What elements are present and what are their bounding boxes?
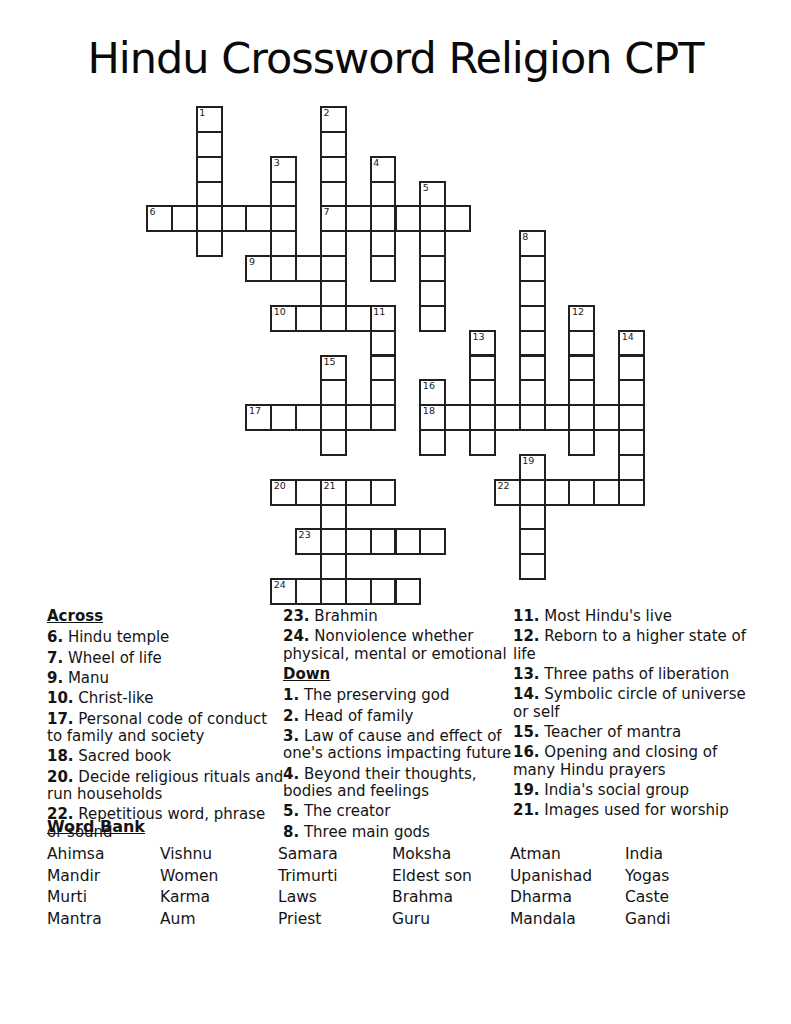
word-bank-item: Dharma [510,889,625,911]
clue-down-11: 11. Most Hindu's live [513,608,755,625]
cell-number-19: 19 [522,456,534,466]
cell-number-4: 4 [373,158,379,168]
cell-number-21: 21 [323,481,335,491]
grid-cell-r15c16[interactable] [544,479,571,506]
grid-cell-r10c19[interactable] [618,355,645,382]
grid-cell-r11c15[interactable] [519,379,546,406]
grid-cell-r11c19[interactable] [618,379,645,406]
grid-cell-r15c6[interactable] [295,479,322,506]
grid-cell-r11c7[interactable] [320,379,347,406]
cell-number-7: 7 [323,207,329,217]
word-bank-header: Word Bank [47,817,757,836]
word-bank: Word Bank AhimsaVishnuSamaraMokshaAtmanI… [47,817,757,933]
word-bank-item: Women [160,868,278,890]
grid-cell-r1c2[interactable] [196,131,223,158]
cell-number-3: 3 [274,158,280,168]
grid-cell-r17c8[interactable] [345,528,372,555]
grid-cell-r8c8[interactable] [345,305,372,332]
grid-cell-r12c19[interactable] [618,404,645,431]
grid-cell-r19c10[interactable] [395,578,422,605]
clue-down-3: 3. Law of cause and effect of one's acti… [283,728,515,762]
grid-cell-r4c5[interactable] [270,205,297,232]
clue-down-13: 13. Three paths of liberation [513,666,755,683]
grid-cell-r15c17[interactable] [568,479,595,506]
cell-number-6: 6 [150,207,156,217]
clue-column-across: Across6. Hindu temple7. Wheel of life9. … [47,608,285,844]
grid-cell-r4c12[interactable] [444,205,471,232]
word-bank-item: Murti [47,889,160,911]
grid-cell-r19c6[interactable] [295,578,322,605]
word-bank-item: Brahma [392,889,510,911]
cell-number-20: 20 [274,481,286,491]
clue-across-17: 17. Personal code of conduct to family a… [47,711,285,745]
word-bank-item: Mandala [510,911,625,933]
word-bank-item: Laws [278,889,392,911]
word-bank-item: Upanishad [510,868,625,890]
grid-cell-r4c3[interactable] [221,205,248,232]
grid-cell-r5c11[interactable] [419,230,446,257]
word-bank-item: Trimurti [278,868,392,890]
grid-cell-r6c5[interactable] [270,255,297,282]
clue-across-7: 7. Wheel of life [47,650,285,667]
grid-cell-r3c7[interactable] [320,181,347,208]
grid-cell-r12c15[interactable] [519,404,546,431]
grid-cell-r16c7[interactable] [320,504,347,531]
grid-cell-r13c11[interactable] [419,429,446,456]
grid-cell-r9c9[interactable] [370,330,397,357]
grid-cell-r9c17[interactable] [568,330,595,357]
grid-cell-r4c8[interactable] [345,205,372,232]
clue-column-down: 11. Most Hindu's live12. Reborn to a hig… [513,608,755,823]
clue-down-15: 15. Teacher of mantra [513,724,755,741]
grid-cell-r12c7[interactable] [320,404,347,431]
word-bank-item: Caste [625,889,757,911]
grid-cell-r7c7[interactable] [320,280,347,307]
clue-column-middle: 23. Brahmin24. Nonviolence whether physi… [283,608,515,844]
cell-number-11: 11 [373,307,385,317]
word-bank-item: India [625,846,757,868]
grid-cell-r10c15[interactable] [519,355,546,382]
grid-cell-r19c8[interactable] [345,578,372,605]
grid-cell-r5c9[interactable] [370,230,397,257]
grid-cell-r13c13[interactable] [469,429,496,456]
grid-cell-r4c2[interactable] [196,205,223,232]
grid-cell-r15c15[interactable] [519,479,546,506]
grid-cell-r8c7[interactable] [320,305,347,332]
grid-cell-r13c7[interactable] [320,429,347,456]
grid-cell-r8c15[interactable] [519,305,546,332]
grid-cell-r4c1[interactable] [171,205,198,232]
grid-cell-r6c15[interactable] [519,255,546,282]
word-bank-item: Gandi [625,911,757,933]
grid-cell-r8c11[interactable] [419,305,446,332]
grid-cell-r17c15[interactable] [519,528,546,555]
across-header: Across [47,608,285,625]
clue-down-12: 12. Reborn to a higher state of life [513,628,755,662]
word-bank-item: Mantra [47,911,160,933]
grid-cell-r5c5[interactable] [270,230,297,257]
grid-cell-r6c7[interactable] [320,255,347,282]
word-bank-item: Moksha [392,846,510,868]
clue-down-4: 4. Beyond their thoughts, bodies and fee… [283,766,515,800]
grid-cell-r12c9[interactable] [370,404,397,431]
grid-cell-r4c4[interactable] [245,205,272,232]
cell-number-13: 13 [473,332,485,342]
grid-cell-r13c19[interactable] [618,429,645,456]
word-bank-item: Samara [278,846,392,868]
grid-cell-r13c17[interactable] [568,429,595,456]
grid-cell-r12c12[interactable] [444,404,471,431]
cell-number-14: 14 [622,332,634,342]
grid-cell-r2c7[interactable] [320,156,347,183]
word-bank-item: Mandir [47,868,160,890]
grid-cell-r12c13[interactable] [469,404,496,431]
cell-number-16: 16 [423,381,435,391]
grid-cell-r19c9[interactable] [370,578,397,605]
clue-down-1: 1. The preserving god [283,687,515,704]
word-bank-item: Yogas [625,868,757,890]
cell-number-15: 15 [323,357,335,367]
grid-cell-r6c11[interactable] [419,255,446,282]
grid-cell-r7c11[interactable] [419,280,446,307]
clue-across-18: 18. Sacred book [47,748,285,765]
cell-number-9: 9 [249,257,255,267]
grid-cell-r16c15[interactable] [519,504,546,531]
grid-cell-r12c16[interactable] [544,404,571,431]
clue-across-23: 23. Brahmin [283,608,515,625]
grid-cell-r5c7[interactable] [320,230,347,257]
grid-cell-r15c18[interactable] [593,479,620,506]
grid-cell-r17c10[interactable] [395,528,422,555]
grid-cell-r10c17[interactable] [568,355,595,382]
word-bank-grid: AhimsaVishnuSamaraMokshaAtmanIndiaMandir… [47,846,757,933]
grid-cell-r7c15[interactable] [519,280,546,307]
word-bank-item: Eldest son [392,868,510,890]
grid-cell-r3c5[interactable] [270,181,297,208]
grid-cell-r10c13[interactable] [469,355,496,382]
cell-number-2: 2 [323,108,329,118]
grid-cell-r15c19[interactable] [618,479,645,506]
clue-down-2: 2. Head of family [283,708,515,725]
word-bank-item: Vishnu [160,846,278,868]
grid-cell-r18c15[interactable] [519,553,546,580]
grid-cell-r11c13[interactable] [469,379,496,406]
cell-number-8: 8 [522,232,528,242]
grid-cell-r17c9[interactable] [370,528,397,555]
cell-number-17: 17 [249,406,261,416]
cell-number-24: 24 [274,580,286,590]
clue-across-6: 6. Hindu temple [47,629,285,646]
clue-down-19: 19. India's social group [513,782,755,799]
cell-number-22: 22 [497,481,509,491]
word-bank-item: Guru [392,911,510,933]
grid-cell-r17c11[interactable] [419,528,446,555]
word-bank-item: Ahimsa [47,846,160,868]
grid-cell-r4c11[interactable] [419,205,446,232]
clue-across-24: 24. Nonviolence whether physical, mental… [283,628,515,662]
grid-cell-r4c9[interactable] [370,205,397,232]
cell-number-5: 5 [423,183,429,193]
word-bank-item: Priest [278,911,392,933]
down-header: Down [283,666,515,683]
cell-number-1: 1 [199,108,205,118]
grid-cell-r4c10[interactable] [395,205,422,232]
grid-cell-r8c6[interactable] [295,305,322,332]
grid-cell-r15c8[interactable] [345,479,372,506]
word-bank-item: Aum [160,911,278,933]
grid-cell-r15c9[interactable] [370,479,397,506]
crossword-worksheet: Hindu Crossword Religion CPT 12345678910… [0,0,791,1024]
word-bank-item: Karma [160,889,278,911]
grid-cell-r12c6[interactable] [295,404,322,431]
page-title: Hindu Crossword Religion CPT [0,33,791,83]
grid-cell-r19c7[interactable] [320,578,347,605]
grid-cell-r14c19[interactable] [618,454,645,481]
grid-cell-r9c15[interactable] [519,330,546,357]
grid-cell-r12c17[interactable] [568,404,595,431]
grid-cell-r18c7[interactable] [320,553,347,580]
grid-cell-r10c9[interactable] [370,355,397,382]
clue-across-20: 20. Decide religious rituals and run hou… [47,769,285,803]
grid-cell-r3c2[interactable] [196,181,223,208]
grid-cell-r6c6[interactable] [295,255,322,282]
clue-down-16: 16. Opening and closing of many Hindu pr… [513,744,755,778]
grid-cell-r17c7[interactable] [320,528,347,555]
grid-cell-r12c5[interactable] [270,404,297,431]
cell-number-18: 18 [423,406,435,416]
grid-cell-r12c8[interactable] [345,404,372,431]
clue-down-14: 14. Symbolic circle of universe or self [513,686,755,720]
cell-number-10: 10 [274,307,286,317]
cell-number-23: 23 [299,530,311,540]
word-bank-item: Atman [510,846,625,868]
grid-cell-r11c9[interactable] [370,379,397,406]
grid-cell-r2c2[interactable] [196,156,223,183]
grid-cell-r1c7[interactable] [320,131,347,158]
clue-across-10: 10. Christ-like [47,690,285,707]
cell-number-12: 12 [572,307,584,317]
grid-cell-r5c2[interactable] [196,230,223,257]
grid-cell-r12c18[interactable] [593,404,620,431]
grid-cell-r11c17[interactable] [568,379,595,406]
grid-cell-r6c9[interactable] [370,255,397,282]
crossword-grid: 123456789101112131415161718192021222324 [146,106,646,606]
clue-across-9: 9. Manu [47,670,285,687]
grid-cell-r3c9[interactable] [370,181,397,208]
grid-cell-r12c14[interactable] [494,404,521,431]
